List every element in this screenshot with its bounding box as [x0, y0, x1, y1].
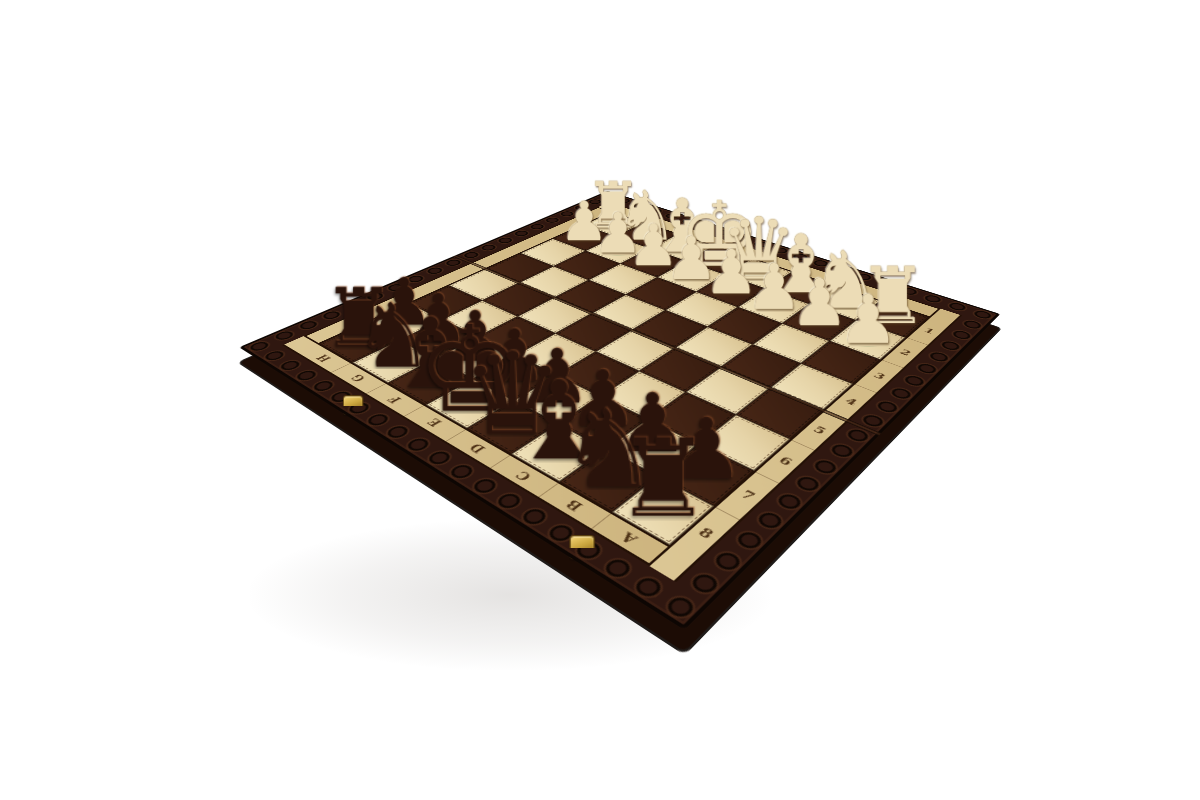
file-label-b: B — [538, 483, 610, 528]
square-a4[interactable] — [770, 363, 853, 410]
square-c4[interactable] — [675, 327, 753, 368]
rank-label-text: 4 — [842, 396, 860, 407]
file-label-text: B — [562, 497, 586, 514]
file-label-text: E — [424, 417, 445, 429]
rank-label-2: 2 — [882, 338, 927, 368]
rank-label-text: 3 — [871, 371, 888, 381]
file-label-text: F — [385, 394, 405, 405]
file-label-e: E — [404, 406, 465, 441]
file-label-a: A — [591, 513, 668, 563]
square-b4[interactable] — [721, 344, 801, 387]
file-label-text: C — [512, 468, 535, 483]
product-photo: HGFEDCBA 87654321 ♜♞♟♝♟♚♟♛♟♝♟♞♟♜♟♟♟♟♜♟♞♟… — [0, 0, 1200, 800]
file-label-f: F — [366, 384, 423, 417]
rank-label-text: 5 — [811, 424, 830, 436]
file-label-text: G — [348, 373, 369, 384]
square-a5[interactable] — [736, 388, 823, 439]
file-label-c: C — [490, 455, 558, 497]
rank-label-text: 1 — [922, 327, 937, 336]
rank-label-8: 8 — [672, 508, 739, 560]
file-label-text: D — [466, 441, 489, 455]
rank-label-text: 7 — [737, 488, 758, 503]
board-perspective-wrap: HGFEDCBA 87654321 ♜♞♟♝♟♚♟♛♟♝♟♞♟♜♟♟♟♟♜♟♞♟… — [362, 60, 902, 600]
rank-label-7: 7 — [716, 472, 779, 520]
file-label-text: A — [617, 529, 641, 547]
square-a3[interactable] — [801, 341, 880, 384]
file-label-text: H — [314, 353, 335, 364]
rank-label-text: 8 — [695, 525, 717, 542]
file-label-d: D — [445, 429, 509, 467]
file-label-g: G — [331, 363, 386, 393]
file-label-h: H — [299, 344, 350, 372]
rank-label-6: 6 — [756, 440, 815, 483]
rank-label-text: 2 — [897, 348, 913, 357]
rank-label-5: 5 — [792, 411, 847, 450]
rank-label-text: 6 — [776, 454, 796, 468]
rank-label-4: 4 — [825, 385, 876, 421]
rank-label-3: 3 — [855, 360, 903, 393]
